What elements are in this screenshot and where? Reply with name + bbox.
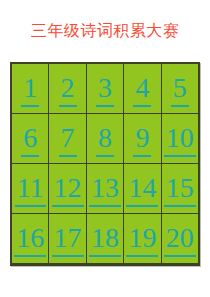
number-link-9[interactable]: 9 xyxy=(133,124,151,157)
number-link-16[interactable]: 16 xyxy=(14,224,46,257)
grid-cell-16[interactable]: 16 xyxy=(12,214,48,263)
number-grid: 1234567891011121314151617181920 xyxy=(10,62,200,266)
slide: 三年级诗词积累大赛 123456789101112131415161718192… xyxy=(0,0,210,297)
grid-cell-12[interactable]: 12 xyxy=(49,164,85,213)
number-link-19[interactable]: 19 xyxy=(126,224,158,257)
number-link-4[interactable]: 4 xyxy=(133,74,151,107)
grid-cell-4[interactable]: 4 xyxy=(124,64,160,113)
number-link-7[interactable]: 7 xyxy=(59,124,77,157)
number-link-3[interactable]: 3 xyxy=(96,74,114,107)
grid-cell-18[interactable]: 18 xyxy=(87,214,123,263)
number-link-14[interactable]: 14 xyxy=(126,174,158,207)
grid-cell-20[interactable]: 20 xyxy=(162,214,198,263)
grid-cell-5[interactable]: 5 xyxy=(162,64,198,113)
number-link-17[interactable]: 17 xyxy=(52,224,84,257)
number-link-1[interactable]: 1 xyxy=(21,74,39,107)
grid-cell-9[interactable]: 9 xyxy=(124,114,160,163)
grid-cell-7[interactable]: 7 xyxy=(49,114,85,163)
grid-cell-19[interactable]: 19 xyxy=(124,214,160,263)
grid-cell-17[interactable]: 17 xyxy=(49,214,85,263)
number-link-15[interactable]: 15 xyxy=(164,174,196,207)
grid-cell-10[interactable]: 10 xyxy=(162,114,198,163)
number-link-13[interactable]: 13 xyxy=(89,174,121,207)
grid-cell-2[interactable]: 2 xyxy=(49,64,85,113)
grid-cell-11[interactable]: 11 xyxy=(12,164,48,213)
page-title: 三年级诗词积累大赛 xyxy=(0,21,210,40)
grid-cell-14[interactable]: 14 xyxy=(124,164,160,213)
number-link-5[interactable]: 5 xyxy=(171,74,189,107)
number-link-2[interactable]: 2 xyxy=(59,74,77,107)
grid-cell-13[interactable]: 13 xyxy=(87,164,123,213)
grid-cell-15[interactable]: 15 xyxy=(162,164,198,213)
number-link-8[interactable]: 8 xyxy=(96,124,114,157)
number-link-10[interactable]: 10 xyxy=(164,124,196,157)
grid-cell-1[interactable]: 1 xyxy=(12,64,48,113)
grid-cell-6[interactable]: 6 xyxy=(12,114,48,163)
number-link-6[interactable]: 6 xyxy=(21,124,39,157)
number-link-11[interactable]: 11 xyxy=(15,174,46,207)
number-link-20[interactable]: 20 xyxy=(164,224,196,257)
number-link-18[interactable]: 18 xyxy=(89,224,121,257)
grid-cell-8[interactable]: 8 xyxy=(87,114,123,163)
number-link-12[interactable]: 12 xyxy=(52,174,84,207)
grid-cell-3[interactable]: 3 xyxy=(87,64,123,113)
